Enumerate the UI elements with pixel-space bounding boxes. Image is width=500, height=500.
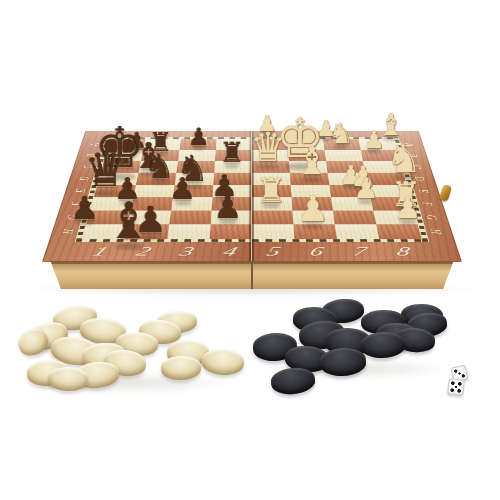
rank-label: H: [419, 224, 454, 239]
file-label: 6: [292, 242, 342, 262]
file-label: 7: [336, 242, 385, 262]
board-square: [252, 211, 293, 225]
die: [447, 378, 465, 396]
chess-piece-light-queen: ♛: [250, 127, 286, 167]
chess-piece-light-pawn: ♟: [395, 193, 422, 223]
file-label: 8: [380, 242, 427, 262]
board-square: [169, 211, 211, 225]
chess-piece-light-pawn: ♟: [363, 128, 385, 152]
checker-light-disc: [201, 348, 244, 376]
product-photo: 12345678 ABCDEFGH ABCDEFGH ♟♝♟♞♟♟♟♜♚♜♛♝♚…: [0, 0, 500, 500]
chess-piece-dark-pawn: ♟: [170, 174, 197, 204]
chess-piece-light-knight: ♞: [328, 120, 353, 148]
board-square: [335, 224, 379, 239]
chess-piece-dark-pawn: ♟: [214, 191, 243, 223]
chess-piece-dark-pawn: ♟: [188, 125, 210, 149]
board-square: [167, 224, 210, 239]
board-front-edge-seam: [251, 261, 253, 289]
board-front-edge: [42, 261, 462, 289]
chess-piece-light-bishop: ♝: [295, 142, 329, 180]
chess-piece-light-rook: ♜: [256, 173, 286, 207]
board-square: [252, 224, 294, 239]
checker-dark-disc: [361, 331, 406, 359]
chess-piece-dark-pawn: ♟: [71, 192, 100, 224]
board-square: [333, 211, 376, 225]
checker-light-disc: [48, 366, 89, 391]
chess-piece-light-knight: ♞: [386, 138, 422, 178]
chess-piece-dark-bishop: ♝: [107, 196, 152, 246]
chess-piece-dark-rook: ♜: [219, 139, 244, 167]
board-square: [210, 224, 252, 239]
chess-piece-light-pawn: ♟: [297, 191, 329, 227]
file-label: 5: [248, 242, 299, 262]
chess-piece-light-pawn: ♟: [353, 175, 378, 203]
board-square: [376, 224, 421, 239]
